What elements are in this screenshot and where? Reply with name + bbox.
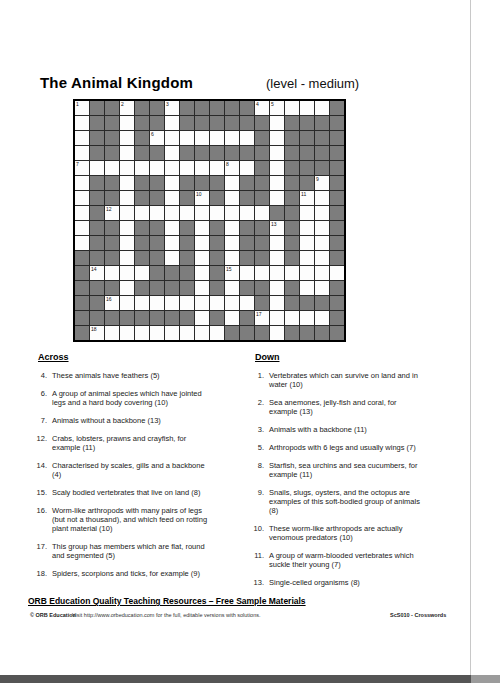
grid-cell[interactable] — [285, 101, 299, 115]
block-cell — [225, 326, 239, 340]
grid-cell[interactable]: 11 — [300, 191, 314, 205]
block-cell — [285, 206, 299, 220]
grid-cell[interactable] — [300, 311, 314, 325]
grid-cell[interactable] — [195, 221, 209, 235]
block-cell — [195, 146, 209, 160]
grid-cell[interactable] — [240, 266, 254, 280]
clue-text: A group of animal species which have joi… — [52, 389, 245, 407]
grid-cell[interactable] — [90, 161, 104, 175]
grid-cell[interactable] — [270, 131, 284, 145]
block-cell — [210, 116, 224, 130]
block-cell — [150, 101, 164, 115]
block-cell — [75, 326, 89, 340]
block-cell — [210, 146, 224, 160]
block-cell — [210, 101, 224, 115]
block-cell — [135, 281, 149, 295]
grid-cell[interactable]: 17 — [255, 311, 269, 325]
block-cell — [180, 176, 194, 190]
clue-text: Worm-like arthropods with many pairs of … — [52, 506, 245, 533]
grid-cell[interactable] — [120, 116, 134, 130]
clue-number: 11. — [250, 551, 264, 569]
grid-cell[interactable] — [75, 236, 89, 250]
block-cell — [90, 146, 104, 160]
clue-text: Animals without a backbone (13) — [52, 416, 245, 425]
grid-cell[interactable] — [120, 281, 134, 295]
block-cell — [315, 131, 329, 145]
grid-cell[interactable] — [150, 161, 164, 175]
block-cell — [210, 221, 224, 235]
grid-cell[interactable] — [195, 161, 209, 175]
grid-cell[interactable] — [135, 326, 149, 340]
block-cell — [135, 191, 149, 205]
clue-item: 4.These animals have feathers (5) — [33, 371, 245, 380]
block-cell — [330, 326, 344, 340]
block-cell — [150, 266, 164, 280]
grid-cell[interactable] — [225, 296, 239, 310]
footer-copyright: © ORB Education — [30, 612, 76, 618]
grid-cell[interactable] — [315, 266, 329, 280]
block-cell — [255, 296, 269, 310]
clue-number: 18. — [33, 569, 47, 578]
block-cell — [180, 116, 194, 130]
grid-cell[interactable] — [135, 161, 149, 175]
block-cell — [285, 176, 299, 190]
crossword-grid-frame: 123456789101112131415161718 — [73, 99, 346, 342]
block-cell — [180, 251, 194, 265]
block-cell — [240, 326, 254, 340]
block-cell — [150, 116, 164, 130]
grid-cell[interactable] — [75, 146, 89, 160]
block-cell — [285, 161, 299, 175]
clue-item: 16.Worm-like arthropods with many pairs … — [33, 506, 245, 533]
grid-cell[interactable] — [120, 326, 134, 340]
block-cell — [105, 101, 119, 115]
block-cell — [255, 326, 269, 340]
grid-cell[interactable]: 2 — [120, 101, 134, 115]
grid-cell[interactable] — [150, 296, 164, 310]
block-cell — [330, 161, 344, 175]
cell-number: 17 — [256, 311, 262, 317]
block-cell — [255, 191, 269, 205]
grid-cell[interactable] — [75, 131, 89, 145]
grid-cell[interactable]: 14 — [90, 266, 104, 280]
grid-cell[interactable] — [315, 311, 329, 325]
block-cell — [165, 266, 179, 280]
block-cell — [75, 296, 89, 310]
clue-item: 13.Single-celled organisms (8) — [250, 578, 458, 587]
grid-cell[interactable] — [120, 296, 134, 310]
cell-number: 13 — [271, 221, 277, 227]
grid-cell[interactable] — [240, 131, 254, 145]
block-cell — [315, 116, 329, 130]
block-cell — [90, 131, 104, 145]
grid-cell[interactable] — [75, 176, 89, 190]
cell-number: 14 — [91, 266, 97, 272]
grid-cell[interactable] — [180, 326, 194, 340]
clue-number: 14. — [33, 461, 47, 479]
grid-cell[interactable]: 1 — [75, 101, 89, 115]
block-cell — [255, 146, 269, 160]
block-cell — [150, 146, 164, 160]
grid-cell[interactable] — [300, 221, 314, 235]
grid-cell[interactable] — [225, 236, 239, 250]
block-cell — [150, 236, 164, 250]
across-clue-list: 4.These animals have feathers (5)6.A gro… — [33, 371, 245, 578]
block-cell — [255, 176, 269, 190]
block-cell — [300, 326, 314, 340]
grid-cell[interactable] — [300, 281, 314, 295]
block-cell — [210, 311, 224, 325]
block-cell — [105, 131, 119, 145]
grid-cell[interactable] — [75, 221, 89, 235]
grid-cell[interactable] — [180, 161, 194, 175]
grid-cell[interactable] — [330, 266, 344, 280]
grid-cell[interactable] — [225, 251, 239, 265]
block-cell — [240, 221, 254, 235]
block-cell — [210, 191, 224, 205]
grid-cell[interactable] — [135, 296, 149, 310]
grid-cell[interactable]: 13 — [270, 221, 284, 235]
grid-cell[interactable] — [165, 146, 179, 160]
grid-cell[interactable] — [210, 206, 224, 220]
block-cell — [315, 161, 329, 175]
grid-cell[interactable] — [270, 146, 284, 160]
across-clues-section: Across 4.These animals have feathers (5)… — [33, 352, 245, 587]
footer-resource-code: ScS010 - Crosswords — [390, 612, 446, 618]
clue-item: 3.Animals with a backbone (11) — [250, 425, 458, 434]
block-cell — [90, 101, 104, 115]
grid-cell[interactable] — [120, 176, 134, 190]
grid-cell[interactable] — [315, 221, 329, 235]
cell-number: 10 — [196, 191, 202, 197]
grid-cell[interactable]: 5 — [270, 101, 284, 115]
grid-cell[interactable] — [120, 131, 134, 145]
grid-cell[interactable] — [315, 101, 329, 115]
grid-cell[interactable] — [315, 206, 329, 220]
grid-cell[interactable] — [150, 326, 164, 340]
grid-cell[interactable] — [300, 266, 314, 280]
cell-number: 3 — [166, 101, 169, 107]
block-cell — [225, 116, 239, 130]
block-cell — [330, 131, 344, 145]
grid-cell[interactable] — [75, 206, 89, 220]
clue-text: These animals have feathers (5) — [52, 371, 245, 380]
grid-cell[interactable] — [285, 311, 299, 325]
grid-cell[interactable] — [195, 296, 209, 310]
block-cell — [75, 281, 89, 295]
grid-cell[interactable]: 18 — [90, 326, 104, 340]
block-cell — [180, 146, 194, 160]
clue-item: 15.Scaly bodied vertebrates that live on… — [33, 488, 245, 497]
grid-cell[interactable] — [225, 206, 239, 220]
block-cell — [285, 251, 299, 265]
block-cell — [105, 146, 119, 160]
clue-text: Single-celled organisms (8) — [269, 578, 458, 587]
cell-number: 1 — [76, 101, 79, 107]
grid-cell[interactable] — [210, 131, 224, 145]
grid-cell[interactable] — [195, 251, 209, 265]
block-cell — [90, 206, 104, 220]
grid-cell[interactable] — [270, 296, 284, 310]
grid-cell[interactable] — [300, 206, 314, 220]
block-cell — [330, 296, 344, 310]
grid-cell[interactable] — [300, 236, 314, 250]
grid-cell[interactable] — [120, 206, 134, 220]
grid-cell[interactable] — [135, 266, 149, 280]
grid-cell[interactable]: 9 — [315, 176, 329, 190]
block-cell — [300, 161, 314, 175]
block-cell — [210, 281, 224, 295]
grid-cell[interactable] — [120, 161, 134, 175]
block-cell — [240, 101, 254, 115]
grid-cell[interactable] — [240, 296, 254, 310]
grid-cell[interactable] — [195, 326, 209, 340]
clue-text: Characterised by scales, gills and a bac… — [52, 461, 245, 479]
grid-cell[interactable] — [195, 206, 209, 220]
block-cell — [165, 281, 179, 295]
clue-text: Arthropods with 6 legs and usually wings… — [269, 443, 458, 452]
grid-cell[interactable] — [195, 266, 209, 280]
cell-number: 6 — [151, 131, 154, 137]
block-cell — [90, 281, 104, 295]
grid-cell[interactable] — [165, 176, 179, 190]
grid-cell[interactable] — [300, 251, 314, 265]
down-clue-list: 1.Vertebrates which can survive on land … — [250, 371, 458, 587]
block-cell — [240, 116, 254, 130]
grid-cell[interactable] — [165, 191, 179, 205]
clue-number: 16. — [33, 506, 47, 533]
clue-number: 8. — [250, 461, 264, 479]
block-cell — [105, 116, 119, 130]
grid-cell[interactable] — [165, 116, 179, 130]
grid-cell[interactable] — [195, 131, 209, 145]
grid-cell[interactable] — [255, 206, 269, 220]
clue-text: This group has members which are flat, r… — [52, 542, 245, 560]
grid-cell[interactable] — [120, 221, 134, 235]
grid-cell[interactable] — [120, 146, 134, 160]
grid-cell[interactable]: 4 — [255, 101, 269, 115]
clue-item: 18.Spiders, scorpions and ticks, for exa… — [33, 569, 245, 578]
grid-cell[interactable] — [180, 206, 194, 220]
grid-cell[interactable] — [315, 191, 329, 205]
block-cell — [180, 221, 194, 235]
clue-number: 3. — [250, 425, 264, 434]
crossword-grid: 123456789101112131415161718 — [75, 101, 344, 340]
block-cell — [135, 131, 149, 145]
grid-cell[interactable]: 6 — [150, 131, 164, 145]
grid-cell[interactable] — [225, 281, 239, 295]
block-cell — [135, 101, 149, 115]
block-cell — [255, 116, 269, 130]
grid-cell[interactable] — [120, 266, 134, 280]
grid-cell[interactable] — [75, 116, 89, 130]
block-cell — [330, 281, 344, 295]
grid-cell[interactable] — [195, 281, 209, 295]
cell-number: 12 — [106, 206, 112, 212]
block-cell — [75, 251, 89, 265]
block-cell — [195, 101, 209, 115]
grid-cell[interactable] — [165, 131, 179, 145]
clue-number: 9. — [250, 488, 264, 515]
grid-cell[interactable]: 15 — [225, 266, 239, 280]
grid-cell[interactable] — [285, 266, 299, 280]
grid-cell[interactable] — [210, 326, 224, 340]
footer-headline: ORB Education Quality Teaching Resources… — [28, 596, 306, 606]
block-cell — [315, 146, 329, 160]
block-cell — [150, 311, 164, 325]
clue-text: Sea anemones, jelly-fish and coral, for … — [269, 398, 458, 416]
block-cell — [75, 266, 89, 280]
clue-number: 13. — [250, 578, 264, 587]
clue-item: 14.Characterised by scales, gills and a … — [33, 461, 245, 479]
grid-cell[interactable] — [270, 161, 284, 175]
down-clues-section: Down 1.Vertebrates which can survive on … — [250, 352, 458, 596]
grid-cell[interactable] — [270, 311, 284, 325]
grid-cell[interactable] — [165, 326, 179, 340]
grid-cell[interactable] — [270, 251, 284, 265]
grid-cell[interactable] — [135, 206, 149, 220]
grid-cell[interactable] — [270, 191, 284, 205]
grid-cell[interactable] — [210, 296, 224, 310]
grid-cell[interactable] — [150, 206, 164, 220]
page-title: The Animal Kingdom — [40, 74, 193, 91]
clue-number: 5. — [250, 443, 264, 452]
block-cell — [105, 311, 119, 325]
grid-cell[interactable] — [105, 161, 119, 175]
clue-item: 9.Snails, slugs, oysters, and the octopu… — [250, 488, 458, 515]
clue-number: 10. — [250, 524, 264, 542]
grid-cell[interactable] — [165, 236, 179, 250]
cell-number: 9 — [316, 176, 319, 182]
grid-cell[interactable]: 10 — [195, 191, 209, 205]
block-cell — [315, 326, 329, 340]
grid-cell[interactable]: 3 — [165, 101, 179, 115]
clue-item: 2.Sea anemones, jelly-fish and coral, fo… — [250, 398, 458, 416]
grid-cell[interactable] — [165, 221, 179, 235]
grid-cell[interactable] — [270, 281, 284, 295]
cell-number: 5 — [271, 101, 274, 107]
block-cell — [90, 176, 104, 190]
clue-text: Starfish, sea urchins and sea cucumbers,… — [269, 461, 458, 479]
block-cell — [285, 146, 299, 160]
block-cell — [225, 101, 239, 115]
clue-item: 8.Starfish, sea urchins and sea cucumber… — [250, 461, 458, 479]
block-cell — [330, 191, 344, 205]
block-cell — [195, 176, 209, 190]
block-cell — [135, 116, 149, 130]
grid-cell[interactable] — [225, 221, 239, 235]
grid-cell[interactable] — [270, 326, 284, 340]
block-cell — [150, 221, 164, 235]
block-cell — [150, 251, 164, 265]
clue-text: Vertebrates which can survive on land an… — [269, 371, 458, 389]
grid-cell[interactable] — [120, 191, 134, 205]
block-cell — [300, 296, 314, 310]
block-cell — [90, 236, 104, 250]
block-cell — [135, 176, 149, 190]
block-cell — [285, 116, 299, 130]
grid-cell[interactable] — [165, 251, 179, 265]
grid-cell[interactable] — [315, 251, 329, 265]
clue-number: 4. — [33, 371, 47, 380]
grid-cell[interactable] — [165, 296, 179, 310]
grid-cell[interactable]: 12 — [105, 206, 119, 220]
grid-cell[interactable] — [105, 326, 119, 340]
grid-cell[interactable] — [315, 281, 329, 295]
block-cell — [240, 146, 254, 160]
block-cell — [240, 281, 254, 295]
grid-cell[interactable] — [240, 206, 254, 220]
down-header: Down — [255, 352, 458, 362]
block-cell — [285, 281, 299, 295]
block-cell — [255, 236, 269, 250]
block-cell — [90, 116, 104, 130]
cell-number: 7 — [76, 161, 79, 167]
block-cell — [135, 221, 149, 235]
grid-cell[interactable]: 7 — [75, 161, 89, 175]
grid-cell[interactable] — [255, 266, 269, 280]
clue-item: 12.Crabs, lobsters, prawns and crayfish,… — [33, 434, 245, 452]
grid-cell[interactable] — [180, 296, 194, 310]
grid-cell[interactable] — [165, 206, 179, 220]
grid-cell[interactable] — [75, 191, 89, 205]
clue-number: 1. — [250, 371, 264, 389]
block-cell — [255, 221, 269, 235]
grid-cell[interactable] — [300, 101, 314, 115]
block-cell — [150, 176, 164, 190]
grid-cell[interactable]: 8 — [225, 161, 239, 175]
clue-item: 5.Arthropods with 6 legs and usually win… — [250, 443, 458, 452]
block-cell — [210, 176, 224, 190]
cell-number: 2 — [121, 101, 124, 107]
grid-cell[interactable] — [105, 266, 119, 280]
clue-text: Crabs, lobsters, prawns and crayfish, fo… — [52, 434, 245, 452]
scan-bottom-band-right — [471, 675, 500, 683]
clue-text: Spiders, scorpions and ticks, for exampl… — [52, 569, 245, 578]
block-cell — [135, 311, 149, 325]
grid-cell[interactable] — [225, 176, 239, 190]
clue-text: Scaly bodied vertebrates that live on la… — [52, 488, 245, 497]
grid-cell[interactable] — [315, 236, 329, 250]
clue-text: These worm-like arthropods are actually … — [269, 524, 458, 542]
grid-cell[interactable] — [270, 236, 284, 250]
grid-cell[interactable] — [210, 161, 224, 175]
clue-number: 17. — [33, 542, 47, 560]
grid-cell[interactable] — [165, 161, 179, 175]
clue-item: 11.A group of warm-blooded vertebrates w… — [250, 551, 458, 569]
grid-cell[interactable] — [120, 251, 134, 265]
difficulty-label: (level - medium) — [266, 76, 359, 91]
grid-cell[interactable] — [225, 311, 239, 325]
grid-cell[interactable] — [195, 236, 209, 250]
grid-cell[interactable] — [270, 116, 284, 130]
cell-number: 11 — [301, 191, 306, 197]
cell-number: 4 — [256, 101, 259, 107]
clue-item: 10.These worm-like arthropods are actual… — [250, 524, 458, 542]
grid-cell[interactable] — [195, 311, 209, 325]
grid-cell[interactable] — [270, 176, 284, 190]
grid-cell[interactable] — [180, 131, 194, 145]
block-cell — [330, 176, 344, 190]
grid-cell[interactable] — [225, 191, 239, 205]
grid-cell[interactable] — [225, 131, 239, 145]
grid-cell[interactable] — [120, 236, 134, 250]
grid-cell[interactable]: 16 — [105, 296, 119, 310]
grid-cell[interactable] — [240, 161, 254, 175]
block-cell — [315, 296, 329, 310]
grid-cell[interactable] — [270, 266, 284, 280]
block-cell — [105, 221, 119, 235]
